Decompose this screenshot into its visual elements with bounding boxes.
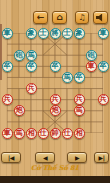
piece-red-pawn[interactable]: 兵: [26, 83, 37, 94]
piece-black-pawn[interactable]: 卒: [26, 61, 37, 72]
xiangqi-board[interactable]: [7, 33, 103, 133]
piece-black-knight[interactable]: 馬: [62, 72, 73, 83]
piece-red-pawn[interactable]: 兵: [98, 94, 109, 105]
nav-prev-button[interactable]: ◀: [35, 152, 55, 163]
piece-black-elephant[interactable]: 象: [74, 28, 85, 39]
bottom-bar: [0, 176, 110, 183]
piece-red-elephant[interactable]: 相: [74, 128, 85, 139]
home-button[interactable]: ⌂: [52, 11, 67, 24]
piece-black-knight[interactable]: 馬: [26, 50, 37, 61]
piece-black-advisor[interactable]: 士: [38, 28, 49, 39]
skip-to-end-icon: ▶|: [99, 155, 105, 161]
piece-black-pawn[interactable]: 卒: [74, 72, 85, 83]
back-arrow-icon: ←: [37, 13, 45, 22]
piece-red-king[interactable]: 帥: [50, 128, 61, 139]
piece-red-rook[interactable]: 車: [86, 61, 97, 72]
next-move-icon: ▶: [75, 155, 79, 161]
piece-red-elephant[interactable]: 相: [26, 128, 37, 139]
piece-red-cannon[interactable]: 炮: [14, 105, 25, 116]
skip-to-start-icon: |◀: [8, 155, 14, 161]
piece-red-advisor[interactable]: 仕: [38, 128, 49, 139]
back-button[interactable]: ←: [33, 11, 48, 24]
piece-black-king[interactable]: 將: [50, 28, 61, 39]
music-notes-icon: ♫: [78, 14, 85, 22]
board-file-lines: [7, 33, 103, 133]
piece-red-pawn[interactable]: 兵: [50, 94, 61, 105]
piece-black-rook[interactable]: 車: [98, 28, 109, 39]
piece-red-cannon[interactable]: 炮: [50, 105, 61, 116]
piece-red-advisor[interactable]: 仕: [62, 128, 73, 139]
piece-black-pawn[interactable]: 卒: [98, 61, 109, 72]
sound-button[interactable]: [93, 11, 108, 24]
piece-red-knight[interactable]: 馬: [74, 105, 85, 116]
piece-black-advisor[interactable]: 士: [62, 28, 73, 39]
piece-black-cannon[interactable]: 砲: [86, 50, 97, 61]
piece-black-pawn[interactable]: 卒: [2, 61, 13, 72]
music-button[interactable]: ♫: [75, 11, 89, 24]
previous-move-icon: ◀: [43, 155, 47, 161]
nav-first-button[interactable]: |◀: [1, 152, 21, 163]
nav-last-button[interactable]: ▶|: [94, 152, 109, 163]
footer-caption: Cờ Thế Số 81: [0, 164, 110, 172]
piece-black-elephant[interactable]: 象: [26, 28, 37, 39]
piece-red-rook[interactable]: 車: [2, 128, 13, 139]
piece-black-cannon[interactable]: 砲: [14, 50, 25, 61]
piece-red-pawn[interactable]: 兵: [74, 94, 85, 105]
nav-next-button[interactable]: ▶: [67, 152, 87, 163]
piece-red-knight[interactable]: 馬: [14, 128, 25, 139]
home-icon: ⌂: [56, 13, 62, 22]
piece-black-rook[interactable]: 車: [2, 28, 13, 39]
piece-red-pawn[interactable]: 兵: [2, 94, 13, 105]
piece-black-pawn[interactable]: 卒: [50, 61, 61, 72]
xiangqi-app-screen: ←⌂♫ 車象士將士象車砲馬砲卒卒卒卒馬卒車兵兵兵兵兵炮炮馬車馬相仕帥仕相 |◀◀…: [0, 0, 110, 183]
speaker-icon: [96, 14, 105, 22]
